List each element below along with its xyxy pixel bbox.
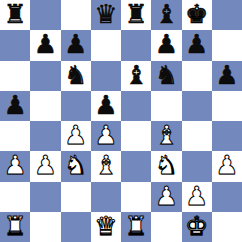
piece-black-knight[interactable]: ♞: [64, 62, 87, 88]
square-a7[interactable]: [0, 30, 30, 60]
piece-black-pawn[interactable]: ♟: [215, 62, 238, 88]
square-c6[interactable]: ♞: [61, 61, 91, 91]
square-h5[interactable]: [212, 91, 242, 121]
square-f5[interactable]: [151, 91, 181, 121]
chess-board: ♜♛♜♝♚♟♟♟♟♞♝♞♟♟♟♟♟♝♟♟♞♝♞♟♟♟♜♛♜♚: [0, 0, 242, 242]
square-b6[interactable]: [30, 61, 60, 91]
square-f7[interactable]: ♟: [151, 30, 181, 60]
square-f6[interactable]: ♞: [151, 61, 181, 91]
square-f2[interactable]: ♟: [151, 182, 181, 212]
square-e7[interactable]: [121, 30, 151, 60]
piece-white-pawn[interactable]: ♟: [215, 152, 238, 178]
piece-white-pawn[interactable]: ♟: [94, 122, 117, 148]
square-b4[interactable]: [30, 121, 60, 151]
piece-white-queen[interactable]: ♛: [94, 213, 117, 239]
piece-white-bishop[interactable]: ♝: [155, 122, 178, 148]
square-c4[interactable]: ♟: [61, 121, 91, 151]
piece-black-knight[interactable]: ♞: [155, 62, 178, 88]
square-c7[interactable]: ♟: [61, 30, 91, 60]
square-c1[interactable]: [61, 212, 91, 242]
square-b5[interactable]: [30, 91, 60, 121]
square-a4[interactable]: [0, 121, 30, 151]
square-h7[interactable]: [212, 30, 242, 60]
square-h2[interactable]: [212, 182, 242, 212]
piece-black-pawn[interactable]: ♟: [34, 31, 57, 57]
square-d7[interactable]: [91, 30, 121, 60]
square-a1[interactable]: ♜: [0, 212, 30, 242]
square-g1[interactable]: ♚: [182, 212, 212, 242]
square-e4[interactable]: [121, 121, 151, 151]
square-g3[interactable]: [182, 151, 212, 181]
piece-black-pawn[interactable]: ♟: [185, 31, 208, 57]
square-h4[interactable]: [212, 121, 242, 151]
piece-white-pawn[interactable]: ♟: [64, 122, 87, 148]
square-b8[interactable]: [30, 0, 60, 30]
square-e3[interactable]: [121, 151, 151, 181]
square-b1[interactable]: [30, 212, 60, 242]
piece-black-pawn[interactable]: ♟: [155, 31, 178, 57]
square-f1[interactable]: [151, 212, 181, 242]
square-c2[interactable]: [61, 182, 91, 212]
piece-white-pawn[interactable]: ♟: [185, 183, 208, 209]
square-d3[interactable]: ♝: [91, 151, 121, 181]
square-h8[interactable]: [212, 0, 242, 30]
piece-white-pawn[interactable]: ♟: [3, 152, 26, 178]
piece-black-pawn[interactable]: ♟: [94, 92, 117, 118]
piece-white-rook[interactable]: ♜: [3, 213, 26, 239]
square-d5[interactable]: ♟: [91, 91, 121, 121]
square-c5[interactable]: [61, 91, 91, 121]
square-f8[interactable]: ♝: [151, 0, 181, 30]
piece-black-rook[interactable]: ♜: [124, 1, 147, 27]
piece-black-bishop[interactable]: ♝: [155, 1, 178, 27]
square-h1[interactable]: [212, 212, 242, 242]
piece-black-pawn[interactable]: ♟: [64, 31, 87, 57]
piece-black-rook[interactable]: ♜: [3, 1, 26, 27]
square-f3[interactable]: ♞: [151, 151, 181, 181]
piece-black-queen[interactable]: ♛: [94, 1, 117, 27]
square-b7[interactable]: ♟: [30, 30, 60, 60]
square-a6[interactable]: [0, 61, 30, 91]
square-a3[interactable]: ♟: [0, 151, 30, 181]
piece-white-knight[interactable]: ♞: [64, 152, 87, 178]
square-a5[interactable]: ♟: [0, 91, 30, 121]
square-c3[interactable]: ♞: [61, 151, 91, 181]
square-c8[interactable]: [61, 0, 91, 30]
piece-white-pawn[interactable]: ♟: [155, 183, 178, 209]
square-g7[interactable]: ♟: [182, 30, 212, 60]
square-d4[interactable]: ♟: [91, 121, 121, 151]
square-h6[interactable]: ♟: [212, 61, 242, 91]
piece-black-pawn[interactable]: ♟: [3, 92, 26, 118]
square-b3[interactable]: ♟: [30, 151, 60, 181]
square-e8[interactable]: ♜: [121, 0, 151, 30]
square-d1[interactable]: ♛: [91, 212, 121, 242]
square-h3[interactable]: ♟: [212, 151, 242, 181]
square-f4[interactable]: ♝: [151, 121, 181, 151]
piece-black-bishop[interactable]: ♝: [124, 62, 147, 88]
piece-white-knight[interactable]: ♞: [155, 152, 178, 178]
square-g5[interactable]: [182, 91, 212, 121]
square-d2[interactable]: [91, 182, 121, 212]
square-e2[interactable]: [121, 182, 151, 212]
square-e5[interactable]: [121, 91, 151, 121]
square-g4[interactable]: [182, 121, 212, 151]
square-g6[interactable]: [182, 61, 212, 91]
square-d8[interactable]: ♛: [91, 0, 121, 30]
piece-white-king[interactable]: ♚: [185, 213, 208, 239]
square-a8[interactable]: ♜: [0, 0, 30, 30]
piece-black-king[interactable]: ♚: [185, 1, 208, 27]
square-b2[interactable]: [30, 182, 60, 212]
square-d6[interactable]: [91, 61, 121, 91]
piece-white-bishop[interactable]: ♝: [94, 152, 117, 178]
square-e1[interactable]: ♜: [121, 212, 151, 242]
piece-white-pawn[interactable]: ♟: [34, 152, 57, 178]
square-g8[interactable]: ♚: [182, 0, 212, 30]
piece-white-rook[interactable]: ♜: [124, 213, 147, 239]
square-a2[interactable]: [0, 182, 30, 212]
square-g2[interactable]: ♟: [182, 182, 212, 212]
square-e6[interactable]: ♝: [121, 61, 151, 91]
